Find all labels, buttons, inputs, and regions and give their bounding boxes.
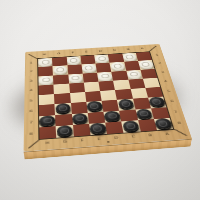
black-piece xyxy=(117,99,134,110)
square xyxy=(100,90,117,101)
black-piece xyxy=(89,122,106,134)
file-label: G xyxy=(63,140,67,144)
square xyxy=(39,84,55,95)
file-label: C xyxy=(131,135,135,139)
rank-label: 5 xyxy=(167,90,171,93)
square xyxy=(39,104,55,116)
file-label: C xyxy=(113,49,116,52)
white-piece xyxy=(138,60,154,69)
square xyxy=(86,101,103,113)
rank-label: 6 xyxy=(30,110,33,113)
square xyxy=(39,126,56,139)
rank-label: 6 xyxy=(170,100,174,103)
coords-left: 12345678 xyxy=(26,58,36,140)
file-label: D xyxy=(99,50,103,53)
rank-label: 7 xyxy=(174,111,178,114)
rank-label: 5 xyxy=(30,99,33,102)
photo-background: HGFEDCBA HGFEDCBA 12345678 12345678 xyxy=(0,0,200,200)
rank-label: 2 xyxy=(158,62,161,65)
square xyxy=(89,122,107,135)
square xyxy=(69,82,85,93)
square xyxy=(39,115,56,127)
square xyxy=(138,119,157,132)
square xyxy=(117,99,135,110)
white-piece xyxy=(110,62,125,71)
square xyxy=(105,121,124,134)
file-label: A xyxy=(165,133,169,137)
square xyxy=(70,92,87,103)
square xyxy=(54,83,70,94)
black-piece xyxy=(104,110,121,121)
square xyxy=(135,108,154,120)
square xyxy=(55,114,72,126)
square xyxy=(54,93,70,104)
white-piece xyxy=(67,56,81,65)
file-label: D xyxy=(114,137,118,141)
white-piece xyxy=(94,54,109,62)
file-label: A xyxy=(140,48,143,50)
square xyxy=(55,103,72,115)
square xyxy=(102,100,120,112)
square xyxy=(56,125,74,138)
rank-label: 3 xyxy=(161,71,165,74)
black-piece xyxy=(39,115,55,126)
square xyxy=(121,120,140,133)
file-label: F xyxy=(72,52,75,55)
corner-miter xyxy=(28,140,39,149)
black-piece xyxy=(154,118,173,130)
square xyxy=(85,91,102,102)
square xyxy=(72,124,90,137)
rank-label: 1 xyxy=(155,54,158,57)
white-piece xyxy=(39,75,54,84)
square xyxy=(145,87,163,98)
file-label: F xyxy=(81,139,84,143)
file-label: G xyxy=(57,53,60,56)
rank-label: 1 xyxy=(30,62,33,65)
white-piece xyxy=(82,64,97,73)
rail-pin xyxy=(107,141,109,143)
black-piece xyxy=(135,108,153,119)
rank-label: 4 xyxy=(30,89,33,92)
rank-label: 8 xyxy=(29,132,32,136)
square xyxy=(70,102,87,114)
file-label: E xyxy=(97,138,101,142)
black-piece xyxy=(56,125,73,137)
white-piece xyxy=(68,73,83,82)
white-piece xyxy=(38,58,52,67)
playing-field xyxy=(37,51,174,140)
file-label: H xyxy=(43,54,46,57)
black-piece xyxy=(122,120,140,132)
black-piece xyxy=(86,101,102,112)
black-piece xyxy=(148,97,166,107)
square xyxy=(154,118,173,131)
black-piece xyxy=(55,103,71,114)
square xyxy=(148,97,166,108)
square xyxy=(71,113,88,125)
square xyxy=(103,110,121,122)
corner-miter xyxy=(174,129,187,136)
square xyxy=(87,111,105,123)
white-piece xyxy=(97,71,113,80)
black-piece xyxy=(72,113,89,124)
white-piece xyxy=(53,65,67,74)
file-label: B xyxy=(127,48,130,51)
file-label: B xyxy=(148,134,152,138)
square xyxy=(151,107,170,119)
rank-label: 8 xyxy=(177,122,181,126)
rank-label: 4 xyxy=(164,80,168,83)
rank-label: 2 xyxy=(30,70,33,73)
square xyxy=(39,94,55,105)
file-label: H xyxy=(45,142,49,146)
square xyxy=(133,98,151,109)
rank-label: 7 xyxy=(30,121,33,125)
rank-label: 3 xyxy=(30,80,33,83)
file-label: E xyxy=(85,51,88,54)
square xyxy=(119,109,137,121)
